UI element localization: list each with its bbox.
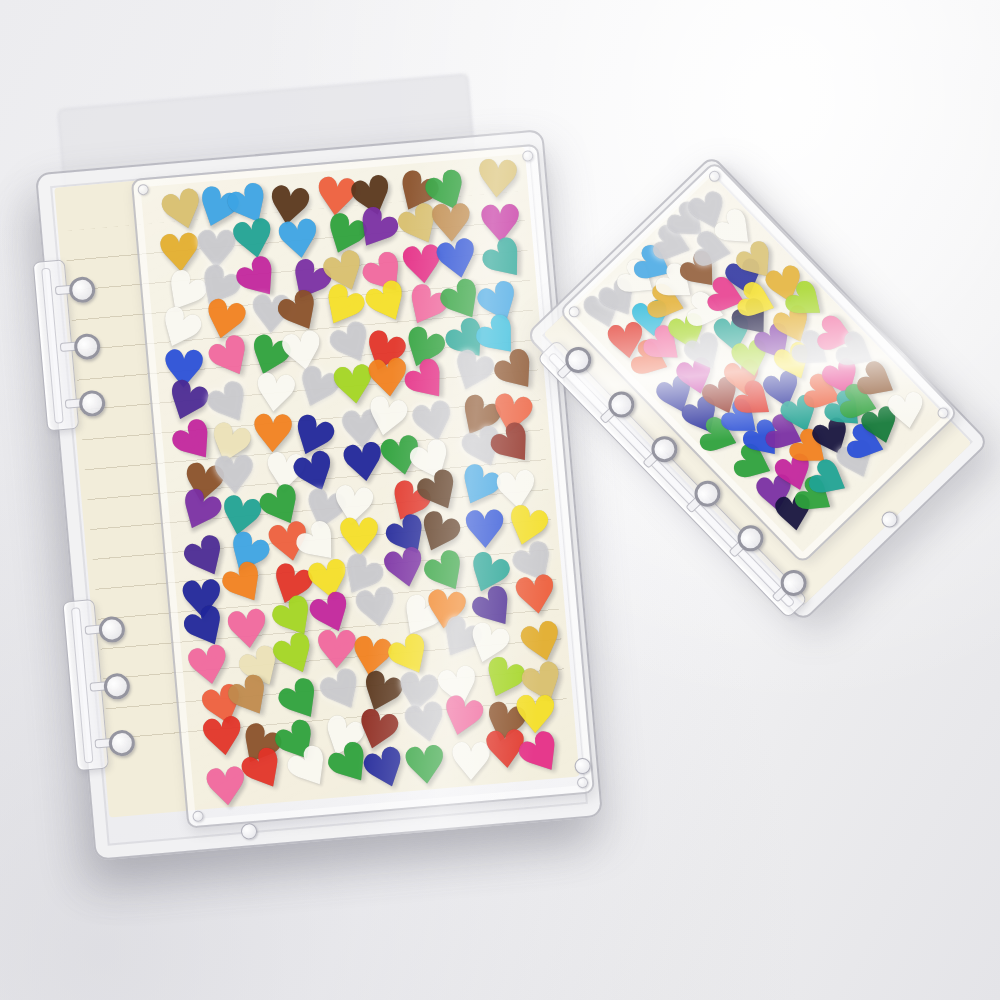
panel-rivet [935,405,951,421]
panel-rivet [577,777,589,789]
large-binder: ♥♥♥♥♥♥♥♥♥♥♥♥♥♥♥♥♥♥♥♥♥♥♥♥♥♥♥♥♥♥♥♥♥♥♥♥♥♥♥♥… [35,129,603,861]
panel-rivet [192,810,204,822]
heart-gem-grn: ♥ [399,737,451,794]
desk-background: ♥♥♥♥♥♥♥♥♥♥♥♥♥♥♥♥♥♥♥♥♥♥♥♥♥♥♥♥♥♥♥♥♥♥♥♥♥♥♥♥… [0,0,1000,1000]
heart-gem-wht: ♥ [881,384,932,439]
panel-rivet [137,184,149,196]
panel-rivet [522,150,534,162]
large-binder-heart-panel: ♥♥♥♥♥♥♥♥♥♥♥♥♥♥♥♥♥♥♥♥♥♥♥♥♥♥♥♥♥♥♥♥♥♥♥♥♥♥♥♥… [131,144,595,829]
small-binder: ♥♥♥♥♥♥♥♥♥♥♥♥♥♥♥♥♥♥♥♥♥♥♥♥♥♥♥♥♥♥♥♥♥♥♥♥♥♥♥♥… [525,154,990,622]
